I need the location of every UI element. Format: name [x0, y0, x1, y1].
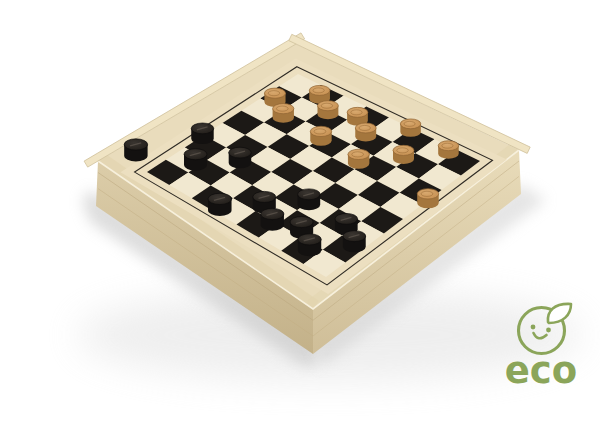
eco-logo-text: eco	[505, 349, 577, 392]
checker-piece-black	[229, 147, 252, 168]
checker-piece-wood	[310, 126, 331, 145]
product-photo: eco	[0, 0, 600, 427]
checker-piece-black	[184, 149, 207, 171]
checker-piece-black	[124, 139, 147, 162]
eco-right-eye	[546, 328, 551, 333]
eco-left-eye	[531, 325, 536, 330]
eco-smile	[534, 333, 547, 338]
eco-logo-face-icon	[519, 304, 572, 354]
eco-logo: eco	[480, 298, 600, 425]
checker-piece-wood	[393, 145, 414, 164]
checker-piece-black	[298, 234, 321, 256]
eco-leaf-icon	[548, 304, 571, 323]
checker-piece-wood	[317, 101, 338, 120]
checker-piece-black	[208, 193, 232, 216]
checker-piece-black	[191, 123, 213, 144]
checker-piece-wood	[417, 189, 439, 209]
checker-piece-wood	[273, 104, 294, 123]
checker-piece-wood	[400, 119, 420, 137]
checker-piece-black	[343, 231, 366, 253]
checker-piece-black	[261, 208, 284, 230]
checker-piece-wood	[355, 123, 376, 142]
checker-piece-black	[298, 189, 321, 210]
checker-piece-wood	[348, 149, 369, 168]
checker-piece-wood	[438, 141, 459, 159]
